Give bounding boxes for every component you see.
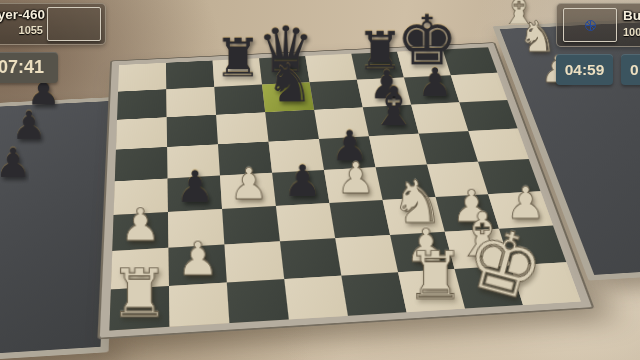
black-bishop[interactable]: ♝	[369, 80, 417, 134]
square-b1[interactable]	[169, 282, 229, 326]
square-d2[interactable]	[280, 238, 341, 279]
black-pawn[interactable]: ♟	[283, 160, 322, 203]
board-scene: ♜♛♜♚♞♟♟♝♟♟♟♟♟♟♞♟♟♟♟♝♜♜♚ ♟♟♟♝♞♝♞♟	[0, 0, 640, 360]
white-rook[interactable]: ♜	[406, 243, 465, 309]
square-a3[interactable]: ♟	[112, 212, 168, 251]
square-b2[interactable]: ♟	[168, 245, 226, 286]
square-e3[interactable]	[329, 200, 390, 238]
square-e2[interactable]	[335, 235, 398, 276]
square-f1[interactable]: ♜	[398, 269, 465, 312]
square-a8[interactable]	[118, 63, 166, 92]
square-a5[interactable]	[115, 147, 168, 181]
square-g6[interactable]	[411, 102, 468, 133]
square-a1[interactable]: ♜	[109, 286, 169, 331]
square-c6[interactable]	[216, 112, 268, 144]
india-flag-icon	[563, 8, 617, 42]
square-b6[interactable]	[167, 115, 218, 147]
square-b4[interactable]: ♟	[168, 176, 223, 212]
square-c2[interactable]	[224, 241, 284, 282]
square-e7[interactable]	[310, 80, 363, 110]
black-player-rating: 1004	[623, 26, 640, 38]
white-rook[interactable]: ♜	[110, 260, 170, 327]
white-pawn[interactable]: ♟	[229, 163, 268, 206]
chess-game-screen: { "game": "chess", "position": { "fen": …	[0, 0, 640, 360]
black-pawn[interactable]: ♟	[175, 166, 214, 210]
black-secondary-clock: 0	[621, 54, 640, 85]
square-e4[interactable]: ♟	[324, 167, 383, 203]
square-f6[interactable]: ♝	[363, 105, 419, 137]
black-clock: 04:59	[556, 54, 613, 85]
ashoka-chakra-icon	[585, 20, 596, 31]
square-c7[interactable]	[214, 85, 265, 115]
square-b7[interactable]	[166, 87, 216, 117]
square-c3[interactable]	[222, 206, 280, 245]
black-player-name: Bul	[623, 8, 640, 23]
square-a6[interactable]	[116, 117, 167, 149]
russia-flag-icon	[47, 7, 101, 41]
black-player-panel: Bul 1004	[556, 3, 640, 47]
square-d4[interactable]: ♟	[272, 170, 329, 206]
square-d3[interactable]	[276, 203, 335, 241]
square-f5[interactable]	[369, 134, 427, 167]
square-d1[interactable]	[284, 276, 348, 320]
white-pawn[interactable]: ♟	[120, 203, 160, 248]
square-h5[interactable]	[468, 129, 528, 162]
black-rook[interactable]: ♜	[214, 31, 262, 84]
square-e1[interactable]	[341, 272, 406, 316]
square-d7[interactable]: ♞	[262, 82, 314, 112]
square-a7[interactable]	[117, 89, 167, 120]
white-player-rating: 1055	[19, 24, 43, 36]
black-knight[interactable]: ♞	[266, 57, 313, 110]
square-c1[interactable]	[227, 279, 289, 323]
white-pawn[interactable]: ♟	[177, 236, 219, 283]
square-b8[interactable]	[166, 61, 214, 90]
white-clock: 07:41	[0, 52, 58, 83]
black-pawn[interactable]: ♟	[417, 63, 452, 102]
white-player-name: Player-460	[0, 7, 45, 22]
square-d6[interactable]	[265, 110, 319, 142]
white-player-panel: Player-460 1055	[0, 3, 106, 45]
square-h7[interactable]	[451, 73, 507, 102]
square-c8[interactable]: ♜	[213, 58, 262, 87]
square-h6[interactable]	[459, 100, 517, 131]
square-c4[interactable]: ♟	[220, 173, 276, 209]
white-pawn[interactable]: ♟	[336, 157, 375, 200]
captured-black-knight: ♞	[0, 218, 4, 282]
